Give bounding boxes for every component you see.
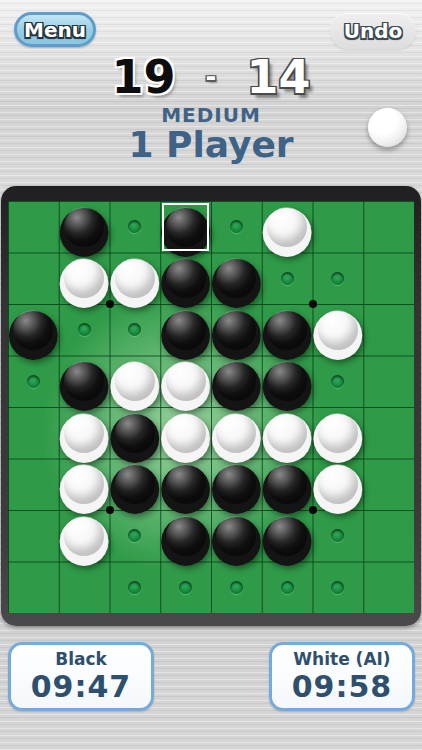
board-cell-b2[interactable]: ● (59, 253, 110, 305)
black-disc: ● (213, 513, 259, 559)
mode-label: 1 Player (0, 124, 422, 165)
score-row: 19 - 14 (0, 50, 422, 104)
black-clock: Black 09:47 (8, 642, 154, 711)
board-cell-h1[interactable] (363, 201, 414, 253)
board-cell-h4[interactable] (363, 356, 414, 408)
board-cell-h6[interactable] (363, 459, 414, 511)
board-cell-h8[interactable] (363, 562, 414, 614)
board-cell-c2[interactable]: ● (110, 253, 161, 305)
board-cell-g3[interactable]: ● (313, 304, 364, 356)
black-disc: ● (10, 307, 56, 353)
white-disc: ● (61, 513, 107, 559)
legal-move-dot[interactable] (281, 581, 294, 594)
board-cell-a1[interactable] (8, 201, 59, 253)
board-cell-a7[interactable] (8, 510, 59, 562)
legal-move-dot[interactable] (230, 581, 243, 594)
score-white: 14 (246, 50, 310, 104)
legal-move-dot[interactable] (331, 375, 344, 388)
board-cell-c6[interactable]: ● (110, 459, 161, 511)
legal-move-dot[interactable] (179, 581, 192, 594)
board-cell-h2[interactable] (363, 253, 414, 305)
white-clock-label: White (AI) (293, 650, 390, 670)
board-frame: ●●●●●●●●●●●●●●●●●●●●●●●●●●●●●●●●● (1, 186, 421, 626)
board-cell-f7[interactable]: ● (262, 510, 313, 562)
board-cell-b7[interactable]: ● (59, 510, 110, 562)
board-cell-h3[interactable] (363, 304, 414, 356)
black-disc: ● (264, 513, 310, 559)
legal-move-dot[interactable] (331, 529, 344, 542)
board-cell-h7[interactable] (363, 510, 414, 562)
board-cell-a3[interactable]: ● (8, 304, 59, 356)
board-cells: ●●●●●●●●●●●●●●●●●●●●●●●●●●●●●●●●● (8, 201, 414, 613)
board-cell-c8[interactable] (110, 562, 161, 614)
legal-move-dot[interactable] (128, 529, 141, 542)
black-disc: ● (163, 513, 209, 559)
score-black: 19 (112, 50, 176, 104)
board-cell-d7[interactable]: ● (160, 510, 211, 562)
white-disc: ● (315, 307, 361, 353)
board-cell-a5[interactable] (8, 407, 59, 459)
white-disc: ● (264, 204, 310, 250)
board-cell-f1[interactable]: ● (262, 201, 313, 253)
board-cell-e7[interactable]: ● (211, 510, 262, 562)
score-separator: - (206, 62, 217, 92)
white-disc: ● (112, 255, 158, 301)
board-cell-g6[interactable]: ● (313, 459, 364, 511)
white-ball-icon (368, 108, 407, 147)
othello-board: ●●●●●●●●●●●●●●●●●●●●●●●●●●●●●●●●● (8, 201, 414, 613)
black-clock-time: 09:47 (31, 670, 132, 703)
menu-button[interactable]: Menu (14, 12, 96, 47)
othello-app-screen: Menu Undo 19 - 14 MEDIUM 1 Player ●●●●●●… (0, 0, 422, 750)
white-disc: ● (315, 461, 361, 507)
board-cell-a6[interactable] (8, 459, 59, 511)
black-disc: ● (112, 461, 158, 507)
legal-move-dot[interactable] (331, 272, 344, 285)
legal-move-dot[interactable] (78, 323, 91, 336)
legal-move-dot[interactable] (128, 581, 141, 594)
board-cell-g1[interactable] (313, 201, 364, 253)
black-clock-label: Black (55, 650, 107, 670)
undo-button[interactable]: Undo (330, 13, 416, 49)
legal-move-dot[interactable] (331, 581, 344, 594)
board-cell-g8[interactable] (313, 562, 364, 614)
white-clock-time: 09:58 (292, 670, 393, 703)
board-cell-h5[interactable] (363, 407, 414, 459)
white-disc: ● (61, 255, 107, 301)
legal-move-dot[interactable] (27, 375, 40, 388)
legal-move-dot[interactable] (128, 220, 141, 233)
white-clock: White (AI) 09:58 (269, 642, 415, 711)
legal-move-dot[interactable] (128, 323, 141, 336)
board-cell-a8[interactable] (8, 562, 59, 614)
legal-move-dot[interactable] (230, 220, 243, 233)
legal-move-dot[interactable] (281, 272, 294, 285)
